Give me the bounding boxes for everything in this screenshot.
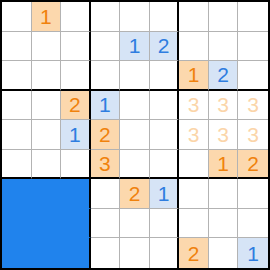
cell-r0c2[interactable] (61, 2, 91, 32)
cell-r6c8[interactable] (238, 179, 268, 209)
cell-r6c4[interactable]: 2 (120, 179, 150, 209)
cell-r4c2[interactable]: 1 (61, 120, 91, 150)
cell-r1c4[interactable]: 1 (120, 32, 150, 62)
digit: 3 (188, 94, 200, 115)
cell-r4c7[interactable]: 3 (209, 120, 239, 150)
cell-r7c3[interactable] (91, 209, 121, 239)
cell-r1c3[interactable] (91, 32, 121, 62)
sudoku-board: 1121221333123333122121 (0, 0, 270, 270)
cell-r0c6[interactable] (179, 2, 209, 32)
cell-r0c4[interactable] (120, 2, 150, 32)
digit: 1 (217, 153, 229, 174)
blue-block-cell-r6c1[interactable] (32, 179, 62, 209)
cell-r7c5[interactable] (150, 209, 180, 239)
digit: 3 (99, 153, 111, 174)
cell-r1c6[interactable] (179, 32, 209, 62)
digit: 2 (247, 153, 259, 174)
cell-r7c4[interactable] (120, 209, 150, 239)
cell-r2c5[interactable] (150, 61, 180, 91)
cell-r2c3[interactable] (91, 61, 121, 91)
digit: 1 (158, 183, 170, 204)
cell-r8c4[interactable] (120, 238, 150, 268)
blue-block-cell-r7c1[interactable] (32, 209, 62, 239)
digit: 2 (188, 243, 200, 264)
cell-r2c6[interactable]: 1 (179, 61, 209, 91)
cell-r2c7[interactable]: 2 (209, 61, 239, 91)
digit: 1 (129, 35, 141, 56)
digit: 3 (217, 124, 229, 145)
cell-r1c0[interactable] (2, 32, 32, 62)
cell-r8c8[interactable]: 1 (238, 238, 268, 268)
cell-r5c4[interactable] (120, 150, 150, 180)
digit: 1 (188, 64, 200, 85)
cell-r8c6[interactable]: 2 (179, 238, 209, 268)
digit: 1 (99, 94, 111, 115)
cell-r3c1[interactable] (32, 91, 62, 121)
cell-r3c3[interactable]: 1 (91, 91, 121, 121)
cell-r7c6[interactable] (179, 209, 209, 239)
cell-r1c7[interactable] (209, 32, 239, 62)
cell-r1c5[interactable]: 2 (150, 32, 180, 62)
cell-r1c1[interactable] (32, 32, 62, 62)
digit: 3 (188, 124, 200, 145)
cell-r6c6[interactable] (179, 179, 209, 209)
blue-block-cell-r8c0[interactable] (2, 238, 32, 268)
cell-r5c7[interactable]: 1 (209, 150, 239, 180)
digit: 2 (217, 64, 229, 85)
cell-r6c7[interactable] (209, 179, 239, 209)
cell-r8c3[interactable] (91, 238, 121, 268)
blue-block-cell-r8c1[interactable] (32, 238, 62, 268)
cell-r4c0[interactable] (2, 120, 32, 150)
cell-r4c1[interactable] (32, 120, 62, 150)
digit: 1 (40, 6, 52, 27)
cell-r4c6[interactable]: 3 (179, 120, 209, 150)
cell-r2c8[interactable] (238, 61, 268, 91)
cell-r4c8[interactable]: 3 (238, 120, 268, 150)
cell-r1c2[interactable] (61, 32, 91, 62)
cell-r3c5[interactable] (150, 91, 180, 121)
cell-r4c3[interactable]: 2 (91, 120, 121, 150)
cell-r3c6[interactable]: 3 (179, 91, 209, 121)
cell-r0c3[interactable] (91, 2, 121, 32)
cell-r0c7[interactable] (209, 2, 239, 32)
cell-r4c4[interactable] (120, 120, 150, 150)
cell-r5c0[interactable] (2, 150, 32, 180)
digit: 1 (69, 124, 81, 145)
blue-block-cell-r7c0[interactable] (2, 209, 32, 239)
cell-r0c1[interactable]: 1 (32, 2, 62, 32)
blue-block-cell-r7c2[interactable] (61, 209, 91, 239)
cell-r2c4[interactable] (120, 61, 150, 91)
cell-r0c5[interactable] (150, 2, 180, 32)
cell-r3c0[interactable] (2, 91, 32, 121)
cell-r7c8[interactable] (238, 209, 268, 239)
cell-r5c2[interactable] (61, 150, 91, 180)
blue-block-cell-r8c2[interactable] (61, 238, 91, 268)
cell-r2c1[interactable] (32, 61, 62, 91)
cell-r3c8[interactable]: 3 (238, 91, 268, 121)
blue-block-cell-r6c0[interactable] (2, 179, 32, 209)
cell-r5c1[interactable] (32, 150, 62, 180)
cell-r5c3[interactable]: 3 (91, 150, 121, 180)
cell-r6c5[interactable]: 1 (150, 179, 180, 209)
cell-r8c5[interactable] (150, 238, 180, 268)
cell-r3c4[interactable] (120, 91, 150, 121)
cell-r0c8[interactable] (238, 2, 268, 32)
digit: 3 (247, 94, 259, 115)
cell-r5c8[interactable]: 2 (238, 150, 268, 180)
digit: 1 (247, 243, 259, 264)
digit: 2 (158, 35, 170, 56)
cell-r6c3[interactable] (91, 179, 121, 209)
cell-r5c6[interactable] (179, 150, 209, 180)
cell-r7c7[interactable] (209, 209, 239, 239)
digit: 3 (217, 94, 229, 115)
cell-r8c7[interactable] (209, 238, 239, 268)
cell-r3c2[interactable]: 2 (61, 91, 91, 121)
blue-block-cell-r6c2[interactable] (61, 179, 91, 209)
digit: 2 (99, 124, 111, 145)
cell-r2c2[interactable] (61, 61, 91, 91)
digit: 3 (247, 124, 259, 145)
cell-r0c0[interactable] (2, 2, 32, 32)
digit: 2 (69, 94, 81, 115)
cell-r3c7[interactable]: 3 (209, 91, 239, 121)
digit: 2 (129, 183, 141, 204)
cell-r5c5[interactable] (150, 150, 180, 180)
cell-r1c8[interactable] (238, 32, 268, 62)
cell-r4c5[interactable] (150, 120, 180, 150)
cell-r2c0[interactable] (2, 61, 32, 91)
